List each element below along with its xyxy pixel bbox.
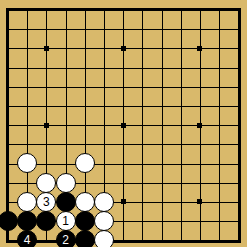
white-stone: [94, 192, 114, 212]
star-point: [197, 46, 202, 51]
white-stone: [17, 153, 37, 173]
white-stone: [17, 192, 37, 212]
go-board: 3142: [0, 0, 247, 247]
star-point: [44, 123, 49, 128]
black-stone-move-4: 4: [17, 230, 37, 247]
star-point: [44, 46, 49, 51]
white-stone: [56, 173, 76, 193]
black-stone: [36, 211, 56, 231]
white-stone: [36, 173, 56, 193]
white-stone: [94, 230, 114, 247]
star-point: [121, 199, 126, 204]
black-stone-move-2: 2: [56, 230, 76, 247]
black-stone: [56, 192, 76, 212]
black-stone: [75, 211, 95, 231]
white-stone: [75, 192, 95, 212]
white-stone: [94, 211, 114, 231]
white-stone-move-1: 1: [56, 211, 76, 231]
black-stone: [17, 211, 37, 231]
white-stone: [75, 153, 95, 173]
star-point: [197, 199, 202, 204]
black-stone: [0, 211, 18, 231]
star-point: [197, 123, 202, 128]
star-point: [121, 46, 126, 51]
black-stone: [75, 230, 95, 247]
star-point: [121, 123, 126, 128]
white-stone-move-3: 3: [36, 192, 56, 212]
board-intersections: 3142: [0, 0, 247, 247]
